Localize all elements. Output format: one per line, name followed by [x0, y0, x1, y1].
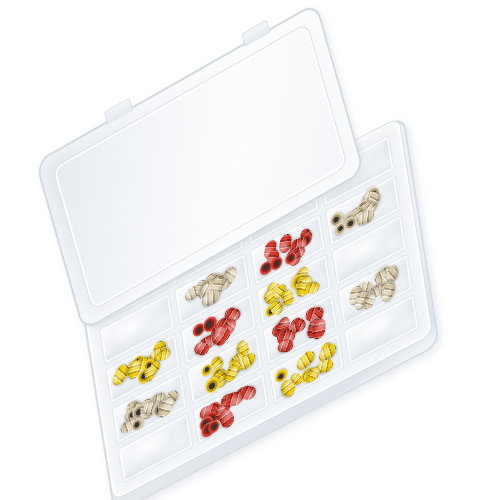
lid-clasp-tab-left	[104, 97, 134, 125]
red-wire-nut	[223, 391, 244, 408]
red-wire-nut	[276, 340, 295, 353]
photo-stage	[0, 0, 500, 500]
lid-clasp-tab-right	[241, 19, 271, 47]
yellow-wire-nut	[201, 363, 212, 378]
